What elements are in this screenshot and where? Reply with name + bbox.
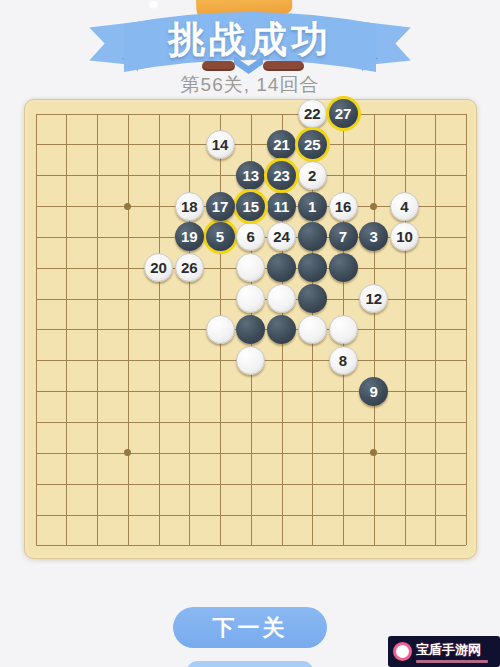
stone-number: 9	[370, 384, 378, 399]
star-point	[370, 203, 377, 210]
stone-24: 24	[267, 222, 296, 251]
stone-2: 2	[298, 161, 327, 190]
stone-9: 9	[359, 377, 388, 406]
stone-12: 12	[359, 284, 388, 313]
grid-line	[435, 114, 436, 546]
stone-preset	[236, 315, 265, 344]
stone-number: 18	[181, 199, 198, 214]
success-banner: 挑战成功	[88, 0, 412, 80]
stone-23: 23	[267, 161, 296, 190]
stone-preset	[236, 284, 265, 313]
stone-20: 20	[144, 253, 173, 282]
stone-number: 11	[274, 199, 290, 214]
stone-number: 8	[339, 353, 347, 368]
grid-line	[405, 114, 406, 546]
level-subtitle: 第56关, 14回合	[0, 72, 500, 98]
stone-preset	[236, 253, 265, 282]
stone-number: 5	[216, 229, 224, 244]
grid-line	[466, 114, 467, 546]
star-point	[124, 203, 131, 210]
stone-preset	[298, 222, 327, 251]
watermark: 宝盾手游网	[388, 636, 500, 667]
stone-13: 13	[236, 161, 265, 190]
stone-14: 14	[206, 130, 235, 159]
stone-preset	[329, 315, 358, 344]
grid-line	[36, 484, 467, 485]
stone-number: 6	[247, 229, 255, 244]
watermark-subtext-strip	[416, 660, 488, 663]
grid-line	[36, 391, 467, 392]
grid-line	[36, 422, 467, 423]
stone-number: 21	[273, 137, 290, 152]
stone-number: 12	[365, 291, 382, 306]
stone-preset	[298, 253, 327, 282]
stone-11: 11	[267, 192, 296, 221]
stone-number: 2	[308, 168, 316, 183]
stone-3: 3	[359, 222, 388, 251]
grid-line	[374, 114, 375, 546]
stone-15: 15	[236, 192, 265, 221]
grid-line	[36, 515, 467, 516]
stone-number: 4	[400, 199, 408, 214]
stone-17: 17	[206, 192, 235, 221]
stone-8: 8	[329, 346, 358, 375]
star-point	[124, 449, 131, 456]
stone-preset	[236, 346, 265, 375]
grid-line	[36, 453, 467, 454]
stone-preset	[267, 253, 296, 282]
stone-preset	[329, 253, 358, 282]
stone-number: 7	[339, 229, 347, 244]
stone-number: 10	[396, 229, 413, 244]
stone-preset	[206, 315, 235, 344]
stone-5: 5	[206, 222, 235, 251]
stone-21: 21	[267, 130, 296, 159]
stone-18: 18	[175, 192, 204, 221]
stone-16: 16	[329, 192, 358, 221]
grid-line	[36, 545, 467, 546]
stone-number: 14	[212, 137, 229, 152]
stone-19: 19	[175, 222, 204, 251]
stone-number: 3	[370, 229, 378, 244]
stone-preset	[267, 284, 296, 313]
stone-10: 10	[390, 222, 419, 251]
stone-22: 22	[298, 99, 327, 128]
watermark-text: 宝盾手游网	[416, 641, 488, 659]
stone-number: 22	[304, 106, 321, 121]
ribbon-tail-bar-left	[202, 61, 235, 71]
stone-preset	[298, 284, 327, 313]
stone-preset	[298, 315, 327, 344]
stone-26: 26	[175, 253, 204, 282]
stone-number: 13	[242, 168, 259, 183]
stone-25: 25	[298, 130, 327, 159]
secondary-button-partial[interactable]	[187, 661, 313, 667]
stone-preset	[267, 315, 296, 344]
stone-number: 15	[242, 199, 259, 214]
stone-number: 1	[308, 199, 316, 214]
game-board: 1234567891011121314151617181920212223242…	[24, 99, 477, 559]
stone-number: 19	[181, 229, 198, 244]
stone-number: 25	[304, 137, 321, 152]
stone-4: 4	[390, 192, 419, 221]
stone-6: 6	[236, 222, 265, 251]
stone-1: 1	[298, 192, 327, 221]
stone-number: 20	[150, 260, 167, 275]
star-point	[370, 449, 377, 456]
stone-number: 16	[335, 199, 352, 214]
stone-number: 24	[273, 229, 290, 244]
watermark-logo-icon	[393, 642, 412, 661]
stone-number: 23	[273, 168, 290, 183]
stone-27: 27	[329, 99, 358, 128]
stone-number: 27	[335, 106, 352, 121]
stone-number: 26	[181, 260, 198, 275]
stone-number: 17	[212, 199, 229, 214]
banner-title: 挑战成功	[124, 15, 376, 65]
ribbon-tail-bar-right	[263, 61, 304, 71]
next-level-button[interactable]: 下一关	[173, 607, 327, 648]
stone-7: 7	[329, 222, 358, 251]
